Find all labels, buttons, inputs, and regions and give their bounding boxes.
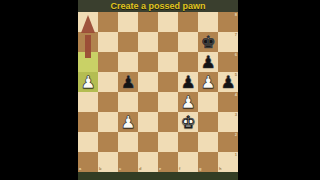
- square-f2[interactable]: [178, 132, 198, 152]
- coord-rank-8: 8: [235, 13, 237, 17]
- square-f8[interactable]: [178, 12, 198, 32]
- piece-white-pawn-a5[interactable]: ♟: [78, 72, 98, 92]
- square-e8[interactable]: [158, 12, 178, 32]
- square-a3[interactable]: [78, 112, 98, 132]
- square-h2[interactable]: 2: [218, 132, 238, 152]
- coord-file-a: a: [79, 167, 81, 171]
- coord-file-d: d: [139, 167, 141, 171]
- coord-rank-4: 4: [235, 93, 237, 97]
- coord-file-c: c: [119, 167, 121, 171]
- square-h7[interactable]: 7: [218, 32, 238, 52]
- chess-board[interactable]: 8765432abcdefgh1♚♟♟♟♟♟♟♟♟♚: [78, 12, 238, 172]
- square-a2[interactable]: [78, 132, 98, 152]
- square-c6[interactable]: [118, 52, 138, 72]
- screen: Create a possed pawn 8765432abcdefgh1♚♟♟…: [0, 0, 320, 180]
- square-d4[interactable]: [138, 92, 158, 112]
- square-h3[interactable]: 3: [218, 112, 238, 132]
- square-g3[interactable]: [198, 112, 218, 132]
- square-a8[interactable]: [78, 12, 98, 32]
- square-b1[interactable]: b: [98, 152, 118, 172]
- square-b5[interactable]: [98, 72, 118, 92]
- square-e5[interactable]: [158, 72, 178, 92]
- square-a7[interactable]: [78, 32, 98, 52]
- square-a6[interactable]: [78, 52, 98, 72]
- square-c8[interactable]: [118, 12, 138, 32]
- square-b2[interactable]: [98, 132, 118, 152]
- coord-rank-2: 2: [235, 133, 237, 137]
- square-h6[interactable]: 6: [218, 52, 238, 72]
- square-b7[interactable]: [98, 32, 118, 52]
- square-d1[interactable]: d: [138, 152, 158, 172]
- piece-white-pawn-g5[interactable]: ♟: [198, 72, 218, 92]
- piece-black-pawn-c5[interactable]: ♟: [118, 72, 138, 92]
- coord-file-h: h: [219, 167, 221, 171]
- square-h1[interactable]: h1: [218, 152, 238, 172]
- piece-white-king-f3[interactable]: ♚: [178, 112, 198, 132]
- chess-app: Create a possed pawn 8765432abcdefgh1♚♟♟…: [78, 0, 238, 180]
- square-b4[interactable]: [98, 92, 118, 112]
- coord-file-g: g: [199, 167, 201, 171]
- coord-file-b: b: [99, 167, 101, 171]
- coord-file-f: f: [179, 167, 180, 171]
- square-b6[interactable]: [98, 52, 118, 72]
- square-h8[interactable]: 8: [218, 12, 238, 32]
- piece-black-king-g7[interactable]: ♚: [198, 32, 218, 52]
- square-c2[interactable]: [118, 132, 138, 152]
- square-g1[interactable]: g: [198, 152, 218, 172]
- square-e7[interactable]: [158, 32, 178, 52]
- square-f1[interactable]: f: [178, 152, 198, 172]
- square-e4[interactable]: [158, 92, 178, 112]
- coord-rank-3: 3: [235, 113, 237, 117]
- piece-black-pawn-g6[interactable]: ♟: [198, 52, 218, 72]
- piece-white-pawn-f4[interactable]: ♟: [178, 92, 198, 112]
- square-c7[interactable]: [118, 32, 138, 52]
- bottom-bar: [78, 172, 238, 180]
- square-a1[interactable]: a: [78, 152, 98, 172]
- coord-rank-6: 6: [235, 53, 237, 57]
- square-d7[interactable]: [138, 32, 158, 52]
- square-g2[interactable]: [198, 132, 218, 152]
- square-d6[interactable]: [138, 52, 158, 72]
- square-d2[interactable]: [138, 132, 158, 152]
- puzzle-title: Create a possed pawn: [110, 0, 205, 12]
- square-h4[interactable]: 4: [218, 92, 238, 112]
- square-d3[interactable]: [138, 112, 158, 132]
- coord-file-e: e: [159, 167, 161, 171]
- piece-black-pawn-h5[interactable]: ♟: [218, 72, 238, 92]
- piece-white-pawn-c3[interactable]: ♟: [118, 112, 138, 132]
- square-e1[interactable]: e: [158, 152, 178, 172]
- piece-black-pawn-f5[interactable]: ♟: [178, 72, 198, 92]
- square-c1[interactable]: c: [118, 152, 138, 172]
- coord-rank-1: 1: [235, 153, 237, 157]
- square-d8[interactable]: [138, 12, 158, 32]
- square-b3[interactable]: [98, 112, 118, 132]
- coord-rank-7: 7: [235, 33, 237, 37]
- square-g4[interactable]: [198, 92, 218, 112]
- puzzle-title-bar: Create a possed pawn: [78, 0, 238, 12]
- square-g8[interactable]: [198, 12, 218, 32]
- square-a4[interactable]: [78, 92, 98, 112]
- square-e6[interactable]: [158, 52, 178, 72]
- square-c4[interactable]: [118, 92, 138, 112]
- square-f7[interactable]: [178, 32, 198, 52]
- square-d5[interactable]: [138, 72, 158, 92]
- square-b8[interactable]: [98, 12, 118, 32]
- square-e3[interactable]: [158, 112, 178, 132]
- square-f6[interactable]: [178, 52, 198, 72]
- square-e2[interactable]: [158, 132, 178, 152]
